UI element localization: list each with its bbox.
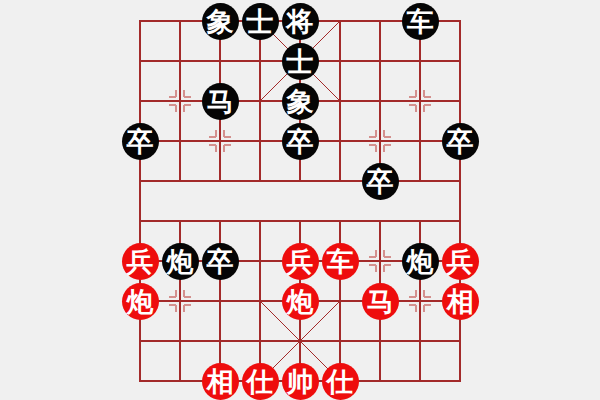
piece-red-chariot[interactable]: 车 (322, 243, 359, 280)
piece-red-soldier[interactable]: 兵 (282, 243, 319, 280)
piece-red-horse[interactable]: 马 (362, 283, 399, 320)
piece-black-elephant[interactable]: 象 (282, 83, 319, 120)
piece-black-soldier[interactable]: 卒 (442, 123, 479, 160)
piece-red-king[interactable]: 帅 (282, 363, 319, 400)
piece-black-soldier[interactable]: 卒 (362, 163, 399, 200)
piece-red-soldier[interactable]: 兵 (122, 243, 159, 280)
piece-black-advisor[interactable]: 士 (242, 3, 279, 40)
piece-black-soldier[interactable]: 卒 (282, 123, 319, 160)
piece-red-elephant[interactable]: 相 (202, 363, 239, 400)
piece-red-cannon[interactable]: 炮 (122, 283, 159, 320)
piece-red-advisor[interactable]: 仕 (242, 363, 279, 400)
piece-black-horse[interactable]: 马 (202, 83, 239, 120)
piece-black-advisor[interactable]: 士 (282, 43, 319, 80)
piece-black-elephant[interactable]: 象 (202, 3, 239, 40)
piece-black-cannon[interactable]: 炮 (402, 243, 439, 280)
piece-black-chariot[interactable]: 车 (402, 3, 439, 40)
piece-black-cannon[interactable]: 炮 (162, 243, 199, 280)
piece-red-soldier[interactable]: 兵 (442, 243, 479, 280)
piece-red-cannon[interactable]: 炮 (282, 283, 319, 320)
piece-black-king[interactable]: 将 (282, 3, 319, 40)
piece-black-soldier[interactable]: 卒 (122, 123, 159, 160)
piece-red-elephant[interactable]: 相 (442, 283, 479, 320)
xiangqi-board-area: 象士将车士马象卒卒卒卒兵炮卒兵车炮兵炮炮马相相仕帅仕 (0, 0, 600, 400)
piece-red-advisor[interactable]: 仕 (322, 363, 359, 400)
piece-black-soldier[interactable]: 卒 (202, 243, 239, 280)
